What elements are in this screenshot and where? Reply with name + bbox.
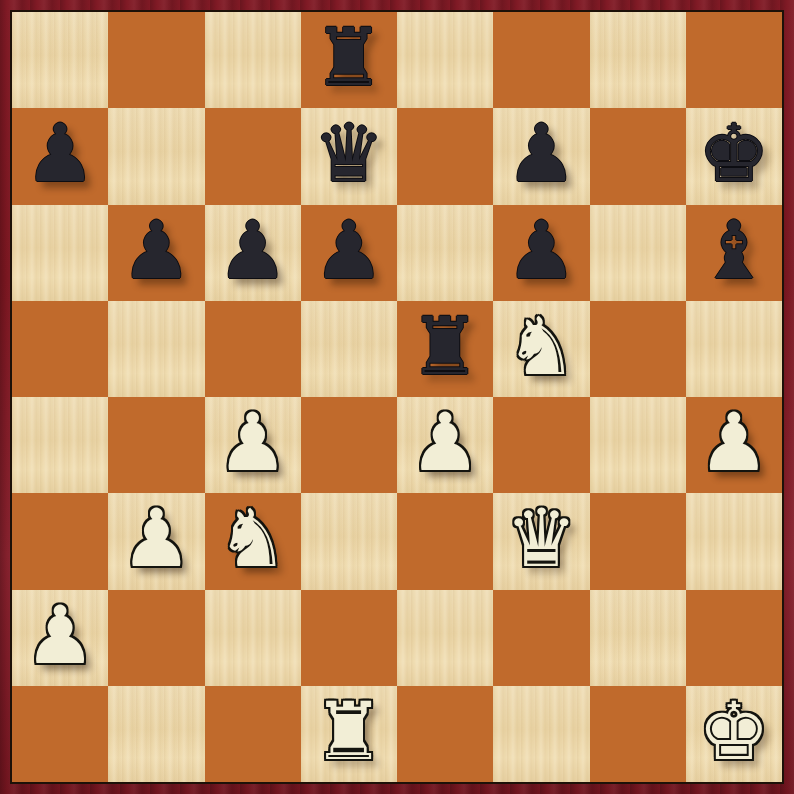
square-a8[interactable] xyxy=(12,12,108,108)
square-h1[interactable]: ♚ xyxy=(686,686,782,782)
square-h6[interactable]: ♝ xyxy=(686,205,782,301)
square-f4[interactable] xyxy=(493,397,589,493)
square-g4[interactable] xyxy=(590,397,686,493)
chess-board: ♜♟♛♟♚♟♟♟♟♝♜♞♟♟♟♟♞♛♟♜♚ xyxy=(10,10,784,784)
square-g7[interactable] xyxy=(590,108,686,204)
square-a1[interactable] xyxy=(12,686,108,782)
piece-white-queen[interactable]: ♛ xyxy=(506,499,578,579)
square-a5[interactable] xyxy=(12,301,108,397)
square-g1[interactable] xyxy=(590,686,686,782)
square-c2[interactable] xyxy=(205,590,301,686)
square-h3[interactable] xyxy=(686,493,782,589)
square-d4[interactable] xyxy=(301,397,397,493)
square-d3[interactable] xyxy=(301,493,397,589)
piece-white-pawn[interactable]: ♟ xyxy=(121,499,193,579)
square-d2[interactable] xyxy=(301,590,397,686)
piece-black-bishop[interactable]: ♝ xyxy=(698,211,770,291)
piece-white-knight[interactable]: ♞ xyxy=(217,499,289,579)
square-f2[interactable] xyxy=(493,590,589,686)
square-a2[interactable]: ♟ xyxy=(12,590,108,686)
piece-white-pawn[interactable]: ♟ xyxy=(217,403,289,483)
square-a6[interactable] xyxy=(12,205,108,301)
square-h4[interactable]: ♟ xyxy=(686,397,782,493)
square-a4[interactable] xyxy=(12,397,108,493)
square-e3[interactable] xyxy=(397,493,493,589)
square-a7[interactable]: ♟ xyxy=(12,108,108,204)
piece-black-pawn[interactable]: ♟ xyxy=(506,211,578,291)
piece-white-king[interactable]: ♚ xyxy=(698,692,770,772)
square-b8[interactable] xyxy=(108,12,204,108)
square-g5[interactable] xyxy=(590,301,686,397)
piece-white-pawn[interactable]: ♟ xyxy=(24,596,96,676)
square-h2[interactable] xyxy=(686,590,782,686)
piece-black-rook[interactable]: ♜ xyxy=(313,18,385,98)
square-h5[interactable] xyxy=(686,301,782,397)
square-h8[interactable] xyxy=(686,12,782,108)
square-f3[interactable]: ♛ xyxy=(493,493,589,589)
square-e5[interactable]: ♜ xyxy=(397,301,493,397)
square-b3[interactable]: ♟ xyxy=(108,493,204,589)
square-g8[interactable] xyxy=(590,12,686,108)
piece-black-king[interactable]: ♚ xyxy=(698,114,770,194)
square-e8[interactable] xyxy=(397,12,493,108)
square-g3[interactable] xyxy=(590,493,686,589)
piece-white-knight[interactable]: ♞ xyxy=(506,307,578,387)
square-f1[interactable] xyxy=(493,686,589,782)
square-b4[interactable] xyxy=(108,397,204,493)
piece-black-queen[interactable]: ♛ xyxy=(313,114,385,194)
square-c3[interactable]: ♞ xyxy=(205,493,301,589)
piece-white-pawn[interactable]: ♟ xyxy=(698,403,770,483)
piece-black-rook[interactable]: ♜ xyxy=(409,307,481,387)
square-f5[interactable]: ♞ xyxy=(493,301,589,397)
square-b1[interactable] xyxy=(108,686,204,782)
piece-black-pawn[interactable]: ♟ xyxy=(217,211,289,291)
square-d7[interactable]: ♛ xyxy=(301,108,397,204)
piece-white-pawn[interactable]: ♟ xyxy=(409,403,481,483)
piece-white-rook[interactable]: ♜ xyxy=(313,692,385,772)
square-c8[interactable] xyxy=(205,12,301,108)
square-g6[interactable] xyxy=(590,205,686,301)
square-e6[interactable] xyxy=(397,205,493,301)
square-d1[interactable]: ♜ xyxy=(301,686,397,782)
piece-black-pawn[interactable]: ♟ xyxy=(121,211,193,291)
square-a3[interactable] xyxy=(12,493,108,589)
square-f7[interactable]: ♟ xyxy=(493,108,589,204)
square-e1[interactable] xyxy=(397,686,493,782)
square-c5[interactable] xyxy=(205,301,301,397)
square-c4[interactable]: ♟ xyxy=(205,397,301,493)
square-b2[interactable] xyxy=(108,590,204,686)
square-b6[interactable]: ♟ xyxy=(108,205,204,301)
square-f6[interactable]: ♟ xyxy=(493,205,589,301)
board-frame: ♜♟♛♟♚♟♟♟♟♝♜♞♟♟♟♟♞♛♟♜♚ xyxy=(0,0,794,794)
square-f8[interactable] xyxy=(493,12,589,108)
square-c7[interactable] xyxy=(205,108,301,204)
square-e4[interactable]: ♟ xyxy=(397,397,493,493)
square-d5[interactable] xyxy=(301,301,397,397)
square-g2[interactable] xyxy=(590,590,686,686)
square-b5[interactable] xyxy=(108,301,204,397)
square-h7[interactable]: ♚ xyxy=(686,108,782,204)
piece-black-pawn[interactable]: ♟ xyxy=(506,114,578,194)
square-c6[interactable]: ♟ xyxy=(205,205,301,301)
piece-black-pawn[interactable]: ♟ xyxy=(24,114,96,194)
square-c1[interactable] xyxy=(205,686,301,782)
square-e7[interactable] xyxy=(397,108,493,204)
square-d6[interactable]: ♟ xyxy=(301,205,397,301)
square-b7[interactable] xyxy=(108,108,204,204)
square-e2[interactable] xyxy=(397,590,493,686)
square-d8[interactable]: ♜ xyxy=(301,12,397,108)
piece-black-pawn[interactable]: ♟ xyxy=(313,211,385,291)
